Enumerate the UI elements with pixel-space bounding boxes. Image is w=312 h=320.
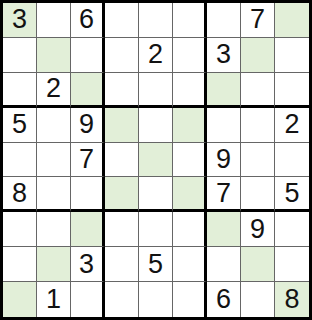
cell-r3c8[interactable]: [241, 73, 275, 108]
cell-r2c6[interactable]: [173, 38, 207, 73]
cell-r6c1[interactable]: 8: [3, 177, 37, 212]
cell-r7c1[interactable]: [3, 212, 37, 247]
given-digit: 2: [148, 41, 163, 68]
given-digit: 2: [284, 111, 299, 138]
cell-r8c1[interactable]: [3, 247, 37, 282]
given-digit: 6: [79, 6, 94, 33]
given-digit: 6: [216, 286, 231, 313]
cell-r6c4[interactable]: [105, 177, 139, 212]
cell-r1c8[interactable]: 7: [241, 3, 275, 38]
given-digit: 1: [46, 286, 61, 313]
cell-r8c3[interactable]: 3: [71, 247, 105, 282]
cell-r7c3[interactable]: [71, 212, 105, 247]
cell-r6c8[interactable]: [241, 177, 275, 212]
cell-r8c6[interactable]: [173, 247, 207, 282]
cell-r9c1[interactable]: [3, 282, 37, 317]
cell-r6c6[interactable]: [173, 177, 207, 212]
given-digit: 2: [46, 75, 61, 102]
given-digit: 7: [250, 6, 265, 33]
cell-r3c6[interactable]: [173, 73, 207, 108]
cell-r7c2[interactable]: [37, 212, 71, 247]
cell-r6c5[interactable]: [139, 177, 173, 212]
cell-r4c9[interactable]: 2: [275, 108, 309, 143]
cell-r2c9[interactable]: [275, 38, 309, 73]
cell-r4c5[interactable]: [139, 108, 173, 143]
cell-r3c2[interactable]: 2: [37, 73, 71, 108]
cell-r9c4[interactable]: [105, 282, 139, 317]
cell-r2c1[interactable]: [3, 38, 37, 73]
given-digit: 5: [148, 251, 163, 278]
cell-r2c8[interactable]: [241, 38, 275, 73]
cell-r9c6[interactable]: [173, 282, 207, 317]
cell-r7c6[interactable]: [173, 212, 207, 247]
given-digit: 3: [12, 6, 27, 33]
cell-r1c7[interactable]: [207, 3, 241, 38]
cell-r8c5[interactable]: 5: [139, 247, 173, 282]
cell-r3c7[interactable]: [207, 73, 241, 108]
sudoku-board: 36723259279875935168: [0, 0, 312, 320]
cell-r9c8[interactable]: [241, 282, 275, 317]
cell-r2c3[interactable]: [71, 38, 105, 73]
cell-r6c9[interactable]: 5: [275, 177, 309, 212]
cell-r9c5[interactable]: [139, 282, 173, 317]
given-digit: 9: [79, 111, 94, 138]
cell-r4c2[interactable]: [37, 108, 71, 143]
cell-r8c8[interactable]: [241, 247, 275, 282]
cell-r4c7[interactable]: [207, 108, 241, 143]
cell-r3c5[interactable]: [139, 73, 173, 108]
cell-r1c4[interactable]: [105, 3, 139, 38]
cell-r7c8[interactable]: 9: [241, 212, 275, 247]
cell-r5c9[interactable]: [275, 143, 309, 178]
cell-r7c4[interactable]: [105, 212, 139, 247]
cell-r5c8[interactable]: [241, 143, 275, 178]
cell-r1c2[interactable]: [37, 3, 71, 38]
cell-r4c1[interactable]: 5: [3, 108, 37, 143]
cell-r7c7[interactable]: [207, 212, 241, 247]
given-digit: 7: [79, 146, 94, 173]
cell-r2c5[interactable]: 2: [139, 38, 173, 73]
given-digit: 5: [12, 111, 27, 138]
cell-r9c2[interactable]: 1: [37, 282, 71, 317]
cell-r8c4[interactable]: [105, 247, 139, 282]
cell-r1c3[interactable]: 6: [71, 3, 105, 38]
given-digit: 8: [284, 286, 299, 313]
cell-r3c4[interactable]: [105, 73, 139, 108]
cell-r5c5[interactable]: [139, 143, 173, 178]
given-digit: 8: [12, 180, 27, 207]
cell-r2c7[interactable]: 3: [207, 38, 241, 73]
cell-r1c6[interactable]: [173, 3, 207, 38]
cell-r8c7[interactable]: [207, 247, 241, 282]
cell-r6c3[interactable]: [71, 177, 105, 212]
cell-r5c6[interactable]: [173, 143, 207, 178]
cell-r2c4[interactable]: [105, 38, 139, 73]
cell-r9c3[interactable]: [71, 282, 105, 317]
cell-r5c1[interactable]: [3, 143, 37, 178]
cell-r4c4[interactable]: [105, 108, 139, 143]
given-digit: 3: [216, 41, 231, 68]
cell-r1c9[interactable]: [275, 3, 309, 38]
given-digit: 7: [216, 180, 231, 207]
cell-r8c2[interactable]: [37, 247, 71, 282]
cell-r6c2[interactable]: [37, 177, 71, 212]
cell-r4c3[interactable]: 9: [71, 108, 105, 143]
cell-r7c5[interactable]: [139, 212, 173, 247]
cell-r3c9[interactable]: [275, 73, 309, 108]
cell-r3c3[interactable]: [71, 73, 105, 108]
cell-r1c5[interactable]: [139, 3, 173, 38]
cell-r2c2[interactable]: [37, 38, 71, 73]
cell-r5c2[interactable]: [37, 143, 71, 178]
given-digit: 9: [250, 216, 265, 243]
cell-r5c4[interactable]: [105, 143, 139, 178]
cell-r5c3[interactable]: 7: [71, 143, 105, 178]
given-digit: 9: [216, 146, 231, 173]
cell-r3c1[interactable]: [3, 73, 37, 108]
cell-r7c9[interactable]: [275, 212, 309, 247]
cell-r9c7[interactable]: 6: [207, 282, 241, 317]
cell-r5c7[interactable]: 9: [207, 143, 241, 178]
given-digit: 3: [79, 251, 94, 278]
cell-r4c8[interactable]: [241, 108, 275, 143]
cell-r1c1[interactable]: 3: [3, 3, 37, 38]
cell-r4c6[interactable]: [173, 108, 207, 143]
cell-r6c7[interactable]: 7: [207, 177, 241, 212]
cell-r8c9[interactable]: [275, 247, 309, 282]
given-digit: 5: [284, 180, 299, 207]
cell-r9c9[interactable]: 8: [275, 282, 309, 317]
